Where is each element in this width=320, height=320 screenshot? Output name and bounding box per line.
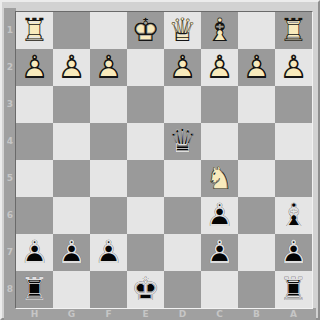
square-c7[interactable]: ♟♙ bbox=[201, 234, 238, 271]
square-b6[interactable] bbox=[238, 197, 275, 234]
rank-label-8: 8 bbox=[4, 271, 16, 308]
square-d1[interactable]: ♛♕ bbox=[164, 12, 201, 49]
square-d7[interactable] bbox=[164, 234, 201, 271]
square-h4[interactable] bbox=[16, 123, 53, 160]
square-a8[interactable]: ♜♖ bbox=[275, 271, 312, 308]
square-f8[interactable] bbox=[90, 271, 127, 308]
square-d2[interactable]: ♟♙ bbox=[164, 49, 201, 86]
black-pawn-g7[interactable]: ♟♙ bbox=[53, 234, 90, 271]
square-h2[interactable]: ♟♙ bbox=[16, 49, 53, 86]
square-a4[interactable] bbox=[275, 123, 312, 160]
square-f3[interactable] bbox=[90, 86, 127, 123]
square-c3[interactable] bbox=[201, 86, 238, 123]
square-g1[interactable] bbox=[53, 12, 90, 49]
black-pawn-h7[interactable]: ♟♙ bbox=[16, 234, 53, 271]
black-pawn-a7[interactable]: ♟♙ bbox=[275, 234, 312, 271]
white-queen-d1[interactable]: ♛♕ bbox=[164, 12, 201, 49]
white-pawn-b2[interactable]: ♟♙ bbox=[238, 49, 275, 86]
square-d3[interactable] bbox=[164, 86, 201, 123]
square-e5[interactable] bbox=[127, 160, 164, 197]
file-label-g: G bbox=[53, 308, 90, 320]
square-a6[interactable]: ♝♗ bbox=[275, 197, 312, 234]
square-f6[interactable] bbox=[90, 197, 127, 234]
rank-label-6: 6 bbox=[4, 197, 16, 234]
chessboard-window: ♜♖♚♔♛♕♝♗♜♖♟♙♟♙♟♙♟♙♟♙♟♙♟♙♛♕♞♘♟♙♝♗♟♙♟♙♟♙♟♙… bbox=[0, 0, 320, 320]
square-a7[interactable]: ♟♙ bbox=[275, 234, 312, 271]
chessboard: ♜♖♚♔♛♕♝♗♜♖♟♙♟♙♟♙♟♙♟♙♟♙♟♙♛♕♞♘♟♙♝♗♟♙♟♙♟♙♟♙… bbox=[16, 12, 312, 308]
square-b5[interactable] bbox=[238, 160, 275, 197]
file-label-c: C bbox=[201, 308, 238, 320]
rank-label-7: 7 bbox=[4, 234, 16, 271]
file-label-b: B bbox=[238, 308, 275, 320]
black-queen-d4[interactable]: ♛♕ bbox=[164, 123, 201, 160]
black-king-e8[interactable]: ♚♔ bbox=[127, 271, 164, 308]
square-g4[interactable] bbox=[53, 123, 90, 160]
square-b7[interactable] bbox=[238, 234, 275, 271]
square-h5[interactable] bbox=[16, 160, 53, 197]
square-c1[interactable]: ♝♗ bbox=[201, 12, 238, 49]
square-h6[interactable] bbox=[16, 197, 53, 234]
square-c5[interactable]: ♞♘ bbox=[201, 160, 238, 197]
black-pawn-f7[interactable]: ♟♙ bbox=[90, 234, 127, 271]
file-label-a: A bbox=[275, 308, 312, 320]
white-pawn-f2[interactable]: ♟♙ bbox=[90, 49, 127, 86]
white-rook-h1[interactable]: ♜♖ bbox=[16, 12, 53, 49]
square-f5[interactable] bbox=[90, 160, 127, 197]
square-a5[interactable] bbox=[275, 160, 312, 197]
square-h3[interactable] bbox=[16, 86, 53, 123]
square-g8[interactable] bbox=[53, 271, 90, 308]
black-bishop-a6[interactable]: ♝♗ bbox=[275, 197, 312, 234]
square-b8[interactable] bbox=[238, 271, 275, 308]
white-pawn-a2[interactable]: ♟♙ bbox=[275, 49, 312, 86]
square-b4[interactable] bbox=[238, 123, 275, 160]
square-c6[interactable]: ♟♙ bbox=[201, 197, 238, 234]
square-a1[interactable]: ♜♖ bbox=[275, 12, 312, 49]
square-e3[interactable] bbox=[127, 86, 164, 123]
square-d8[interactable] bbox=[164, 271, 201, 308]
square-g2[interactable]: ♟♙ bbox=[53, 49, 90, 86]
file-label-h: H bbox=[16, 308, 53, 320]
white-rook-a1[interactable]: ♜♖ bbox=[275, 12, 312, 49]
square-g6[interactable] bbox=[53, 197, 90, 234]
white-king-e1[interactable]: ♚♔ bbox=[127, 12, 164, 49]
square-f7[interactable]: ♟♙ bbox=[90, 234, 127, 271]
square-a2[interactable]: ♟♙ bbox=[275, 49, 312, 86]
black-rook-h8[interactable]: ♜♖ bbox=[16, 271, 53, 308]
square-h7[interactable]: ♟♙ bbox=[16, 234, 53, 271]
square-e8[interactable]: ♚♔ bbox=[127, 271, 164, 308]
square-g5[interactable] bbox=[53, 160, 90, 197]
rank-label-5: 5 bbox=[4, 160, 16, 197]
square-d6[interactable] bbox=[164, 197, 201, 234]
square-f1[interactable] bbox=[90, 12, 127, 49]
square-c8[interactable] bbox=[201, 271, 238, 308]
rank-label-1: 1 bbox=[4, 12, 16, 49]
white-pawn-g2[interactable]: ♟♙ bbox=[53, 49, 90, 86]
square-f4[interactable] bbox=[90, 123, 127, 160]
square-b2[interactable]: ♟♙ bbox=[238, 49, 275, 86]
file-label-e: E bbox=[127, 308, 164, 320]
white-knight-c5[interactable]: ♞♘ bbox=[201, 160, 238, 197]
rank-label-4: 4 bbox=[4, 123, 16, 160]
square-e1[interactable]: ♚♔ bbox=[127, 12, 164, 49]
black-pawn-c7[interactable]: ♟♙ bbox=[201, 234, 238, 271]
square-h8[interactable]: ♜♖ bbox=[16, 271, 53, 308]
square-b3[interactable] bbox=[238, 86, 275, 123]
square-d4[interactable]: ♛♕ bbox=[164, 123, 201, 160]
square-f2[interactable]: ♟♙ bbox=[90, 49, 127, 86]
square-d5[interactable] bbox=[164, 160, 201, 197]
file-label-f: F bbox=[90, 308, 127, 320]
square-g3[interactable] bbox=[53, 86, 90, 123]
square-b1[interactable] bbox=[238, 12, 275, 49]
square-e4[interactable] bbox=[127, 123, 164, 160]
white-pawn-c2[interactable]: ♟♙ bbox=[201, 49, 238, 86]
square-a3[interactable] bbox=[275, 86, 312, 123]
square-c2[interactable]: ♟♙ bbox=[201, 49, 238, 86]
square-c4[interactable] bbox=[201, 123, 238, 160]
white-pawn-h2[interactable]: ♟♙ bbox=[16, 49, 53, 86]
white-pawn-d2[interactable]: ♟♙ bbox=[164, 49, 201, 86]
file-label-d: D bbox=[164, 308, 201, 320]
black-pawn-c6[interactable]: ♟♙ bbox=[201, 197, 238, 234]
square-e7[interactable] bbox=[127, 234, 164, 271]
rank-label-2: 2 bbox=[4, 49, 16, 86]
rank-label-3: 3 bbox=[4, 86, 16, 123]
black-rook-a8[interactable]: ♜♖ bbox=[275, 271, 312, 308]
square-g7[interactable]: ♟♙ bbox=[53, 234, 90, 271]
square-e2[interactable] bbox=[127, 49, 164, 86]
square-e6[interactable] bbox=[127, 197, 164, 234]
white-bishop-c1[interactable]: ♝♗ bbox=[201, 12, 238, 49]
square-h1[interactable]: ♜♖ bbox=[16, 12, 53, 49]
